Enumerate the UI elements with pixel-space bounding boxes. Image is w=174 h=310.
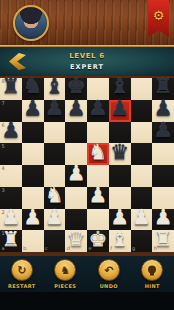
settings-ribbon[interactable]: ⚙ — [148, 0, 169, 37]
piece-white-p-h2[interactable]: ♟ — [152, 207, 174, 229]
file-label-a: a — [2, 246, 5, 251]
rank-label-5: 5 — [2, 144, 5, 149]
piece-white-n-c3[interactable]: ♞ — [44, 185, 66, 207]
rank-label-2: 2 — [2, 210, 5, 215]
restart-button[interactable]: ↻ RESTART — [5, 259, 39, 289]
square-b1[interactable]: b — [22, 230, 44, 252]
square-d6[interactable] — [65, 122, 87, 144]
square-g5[interactable] — [131, 143, 153, 165]
file-label-c: c — [45, 246, 48, 251]
square-b7[interactable]: ♟ — [22, 100, 44, 122]
square-f4[interactable] — [109, 165, 131, 187]
piece-white-n-e5[interactable]: ♞ — [87, 141, 109, 163]
lightbulb-icon — [148, 266, 156, 274]
piece-black-p-b7[interactable]: ♟ — [22, 98, 44, 120]
piece-white-p-d4[interactable]: ♟ — [65, 163, 87, 185]
square-g4[interactable] — [131, 165, 153, 187]
square-g6[interactable] — [131, 122, 153, 144]
square-e5[interactable]: ♞ — [87, 143, 109, 165]
square-d1[interactable]: d♛ — [65, 230, 87, 252]
wood-header: ⚙ — [0, 0, 174, 45]
square-g7[interactable] — [131, 100, 153, 122]
square-c1[interactable]: c — [44, 230, 66, 252]
rank-label-7: 7 — [2, 101, 5, 106]
square-g1[interactable]: g — [131, 230, 153, 252]
square-a5[interactable]: 5 — [0, 143, 22, 165]
pieces-label: PIECES — [54, 283, 76, 289]
file-label-d: d — [67, 246, 70, 251]
difficulty-label: EXPERT — [0, 63, 174, 71]
piece-black-p-f7[interactable]: ♟ — [109, 98, 131, 120]
rank-label-4: 4 — [2, 166, 5, 171]
square-f7[interactable]: ♟ — [109, 100, 131, 122]
rank-label-8: 8 — [2, 79, 5, 84]
restart-label: RESTART — [8, 283, 36, 289]
square-d4[interactable]: ♟ — [65, 165, 87, 187]
square-f5[interactable]: ♛ — [109, 143, 131, 165]
square-b6[interactable] — [22, 122, 44, 144]
file-label-h: h — [154, 246, 157, 251]
undo-label: UNDO — [100, 283, 118, 289]
piece-black-b-f8[interactable]: ♝ — [109, 76, 131, 98]
rank-label-1: 1 — [2, 231, 5, 236]
player-avatar[interactable] — [13, 5, 49, 41]
square-e7[interactable]: ♟ — [87, 100, 109, 122]
square-c2[interactable]: ♟ — [44, 209, 66, 231]
pieces-button[interactable]: ♞ PIECES — [48, 259, 82, 289]
piece-white-p-g2[interactable]: ♟ — [131, 207, 153, 229]
square-d7[interactable]: ♟ — [65, 100, 87, 122]
piece-black-p-d7[interactable]: ♟ — [65, 98, 87, 120]
restart-arrow-icon: ↻ — [17, 265, 26, 276]
piece-white-p-e3[interactable]: ♟ — [87, 185, 109, 207]
file-label-b: b — [23, 246, 26, 251]
file-label-g: g — [132, 246, 135, 251]
file-label-e: e — [89, 246, 92, 251]
piece-white-p-c2[interactable]: ♟ — [44, 207, 66, 229]
square-d3[interactable] — [65, 187, 87, 209]
piece-black-p-e7[interactable]: ♟ — [87, 98, 109, 120]
square-h6[interactable]: ♟ — [152, 122, 174, 144]
toolbar: ↻ RESTART ♞ PIECES ↶ UNDO HINT — [0, 256, 174, 292]
square-b4[interactable] — [22, 165, 44, 187]
square-c7[interactable]: ♟ — [44, 100, 66, 122]
rank-label-6: 6 — [2, 123, 5, 128]
square-h4[interactable] — [152, 165, 174, 187]
rank-label-3: 3 — [2, 188, 5, 193]
piece-black-r-h8[interactable]: ♜ — [152, 76, 174, 98]
chess-board: 8♜♞♝♚♝♜7♟♟♟♟♟♟6♟♟5♞♛4♟3♞♟2♟♟♟♟♟♟1a♜bcd♛e… — [0, 78, 174, 252]
square-f1[interactable]: f♝ — [109, 230, 131, 252]
square-b2[interactable]: ♟ — [22, 209, 44, 231]
piece-black-n-b8[interactable]: ♞ — [22, 76, 44, 98]
square-a4[interactable]: 4 — [0, 165, 22, 187]
square-g8[interactable] — [131, 78, 153, 100]
square-c5[interactable] — [44, 143, 66, 165]
app-screen: ⚙ LEVEL 6 EXPERT 8♜♞♝♚♝♜7♟♟♟♟♟♟6♟♟5♞♛4♟3… — [0, 0, 174, 310]
undo-arrow-icon: ↶ — [104, 265, 113, 276]
square-a8[interactable]: 8♜ — [0, 78, 22, 100]
file-label-f: f — [110, 246, 112, 251]
piece-black-p-h6[interactable]: ♟ — [152, 120, 174, 142]
piece-black-q-f5[interactable]: ♛ — [109, 141, 131, 163]
hint-button[interactable]: HINT — [135, 259, 169, 289]
piece-black-k-d8[interactable]: ♚ — [65, 76, 87, 98]
square-g2[interactable]: ♟ — [131, 209, 153, 231]
square-c6[interactable] — [44, 122, 66, 144]
piece-white-p-f2[interactable]: ♟ — [109, 207, 131, 229]
undo-button[interactable]: ↶ UNDO — [92, 259, 126, 289]
level-panel: LEVEL 6 EXPERT — [0, 47, 174, 77]
bottom-bar — [0, 292, 174, 310]
piece-white-p-b2[interactable]: ♟ — [22, 207, 44, 229]
piece-black-b-c8[interactable]: ♝ — [44, 76, 66, 98]
hint-label: HINT — [145, 283, 160, 289]
chess-piece-icon: ♞ — [60, 265, 70, 276]
square-h1[interactable]: h♜ — [152, 230, 174, 252]
square-e1[interactable]: e♚ — [87, 230, 109, 252]
square-b5[interactable] — [22, 143, 44, 165]
square-a6[interactable]: 6♟ — [0, 122, 22, 144]
piece-black-p-c7[interactable]: ♟ — [44, 98, 66, 120]
piece-black-p-h7[interactable]: ♟ — [152, 98, 174, 120]
level-label: LEVEL 6 — [0, 52, 174, 60]
square-h5[interactable] — [152, 143, 174, 165]
square-e3[interactable]: ♟ — [87, 187, 109, 209]
square-a1[interactable]: 1a♜ — [0, 230, 22, 252]
gear-icon: ⚙ — [148, 9, 169, 22]
